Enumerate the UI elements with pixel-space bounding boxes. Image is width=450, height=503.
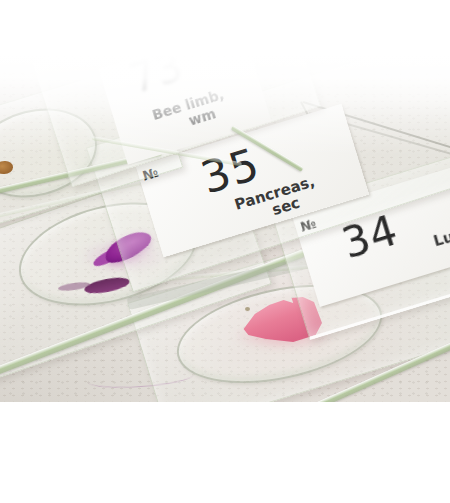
photo-frame: № 34 Lu № 35 Pancreas, sec 73 Bee limb, …: [0, 0, 450, 503]
slide-name-partial: Lu: [432, 228, 450, 250]
surface-speck: [245, 307, 250, 311]
bottom-white-margin: [0, 402, 450, 503]
photo-area: № 34 Lu № 35 Pancreas, sec 73 Bee limb, …: [0, 0, 450, 402]
